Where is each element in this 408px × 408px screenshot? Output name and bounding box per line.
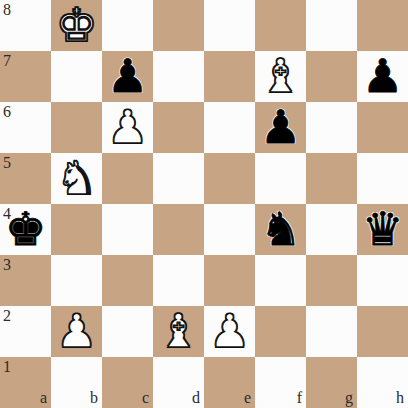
- square-e5[interactable]: [204, 153, 255, 204]
- file-label-b: b: [90, 390, 98, 406]
- piece-black-pawn-f6[interactable]: ♟: [255, 101, 306, 152]
- square-d7[interactable]: [153, 51, 204, 102]
- rank-label-5: 5: [3, 155, 11, 171]
- piece-black-pawn-h7[interactable]: ♟: [357, 50, 408, 101]
- piece-white-pawn-c6[interactable]: ♟: [102, 101, 153, 152]
- square-g8[interactable]: [306, 0, 357, 51]
- square-b7[interactable]: [51, 51, 102, 102]
- square-a6[interactable]: 6: [0, 102, 51, 153]
- square-a5[interactable]: 5: [0, 153, 51, 204]
- square-a1[interactable]: 1a: [0, 357, 51, 408]
- square-g6[interactable]: [306, 102, 357, 153]
- square-h4[interactable]: ♛: [357, 204, 408, 255]
- file-label-g: g: [345, 390, 353, 406]
- square-h5[interactable]: [357, 153, 408, 204]
- square-e3[interactable]: [204, 255, 255, 306]
- square-e2[interactable]: ♟: [204, 306, 255, 357]
- square-e7[interactable]: [204, 51, 255, 102]
- file-label-a: a: [40, 390, 47, 406]
- square-f8[interactable]: [255, 0, 306, 51]
- piece-white-king-b8[interactable]: ♚: [51, 0, 102, 50]
- square-c4[interactable]: [102, 204, 153, 255]
- square-g2[interactable]: [306, 306, 357, 357]
- rank-label-6: 6: [3, 104, 11, 120]
- square-g4[interactable]: [306, 204, 357, 255]
- square-g5[interactable]: [306, 153, 357, 204]
- square-g1[interactable]: g: [306, 357, 357, 408]
- square-d4[interactable]: [153, 204, 204, 255]
- square-d6[interactable]: [153, 102, 204, 153]
- square-c8[interactable]: [102, 0, 153, 51]
- square-d3[interactable]: [153, 255, 204, 306]
- square-f4[interactable]: ♞: [255, 204, 306, 255]
- square-f7[interactable]: ♝: [255, 51, 306, 102]
- square-f3[interactable]: [255, 255, 306, 306]
- square-e4[interactable]: [204, 204, 255, 255]
- square-e6[interactable]: [204, 102, 255, 153]
- square-c3[interactable]: [102, 255, 153, 306]
- piece-white-pawn-e2[interactable]: ♟: [204, 305, 255, 356]
- square-d5[interactable]: [153, 153, 204, 204]
- rank-label-3: 3: [3, 257, 11, 273]
- piece-black-king-a4[interactable]: ♚: [0, 203, 51, 254]
- square-a4[interactable]: 4♚: [0, 204, 51, 255]
- square-f1[interactable]: f: [255, 357, 306, 408]
- square-b4[interactable]: [51, 204, 102, 255]
- rank-label-8: 8: [3, 2, 11, 18]
- file-label-d: d: [192, 390, 200, 406]
- square-a7[interactable]: 7: [0, 51, 51, 102]
- square-c6[interactable]: ♟: [102, 102, 153, 153]
- square-g3[interactable]: [306, 255, 357, 306]
- piece-black-knight-f4[interactable]: ♞: [255, 203, 306, 254]
- file-label-f: f: [297, 390, 302, 406]
- file-label-e: e: [244, 390, 251, 406]
- file-label-c: c: [142, 390, 149, 406]
- square-f5[interactable]: [255, 153, 306, 204]
- square-b5[interactable]: ♞: [51, 153, 102, 204]
- piece-black-queen-h4[interactable]: ♛: [357, 203, 408, 254]
- square-e1[interactable]: e: [204, 357, 255, 408]
- square-c7[interactable]: ♟: [102, 51, 153, 102]
- square-c2[interactable]: [102, 306, 153, 357]
- square-b2[interactable]: ♟: [51, 306, 102, 357]
- chess-board: 8♚7♟♝♟6♟♟5♞4♚♞♛32♟♝♟1abcdefgh: [0, 0, 408, 408]
- square-h1[interactable]: h: [357, 357, 408, 408]
- square-g7[interactable]: [306, 51, 357, 102]
- square-f6[interactable]: ♟: [255, 102, 306, 153]
- rank-label-1: 1: [3, 359, 11, 375]
- square-b1[interactable]: b: [51, 357, 102, 408]
- square-d2[interactable]: ♝: [153, 306, 204, 357]
- square-h2[interactable]: [357, 306, 408, 357]
- piece-black-pawn-c7[interactable]: ♟: [102, 50, 153, 101]
- square-f2[interactable]: [255, 306, 306, 357]
- square-d8[interactable]: [153, 0, 204, 51]
- rank-label-2: 2: [3, 308, 11, 324]
- square-c5[interactable]: [102, 153, 153, 204]
- square-h8[interactable]: [357, 0, 408, 51]
- piece-white-bishop-f7[interactable]: ♝: [255, 50, 306, 101]
- square-h3[interactable]: [357, 255, 408, 306]
- piece-white-bishop-d2[interactable]: ♝: [153, 305, 204, 356]
- file-label-h: h: [396, 390, 404, 406]
- square-b8[interactable]: ♚: [51, 0, 102, 51]
- rank-label-7: 7: [3, 53, 11, 69]
- square-a3[interactable]: 3: [0, 255, 51, 306]
- square-d1[interactable]: d: [153, 357, 204, 408]
- piece-white-knight-b5[interactable]: ♞: [51, 152, 102, 203]
- square-b6[interactable]: [51, 102, 102, 153]
- square-a2[interactable]: 2: [0, 306, 51, 357]
- square-a8[interactable]: 8: [0, 0, 51, 51]
- square-b3[interactable]: [51, 255, 102, 306]
- square-e8[interactable]: [204, 0, 255, 51]
- square-h7[interactable]: ♟: [357, 51, 408, 102]
- piece-white-pawn-b2[interactable]: ♟: [51, 305, 102, 356]
- square-c1[interactable]: c: [102, 357, 153, 408]
- square-h6[interactable]: [357, 102, 408, 153]
